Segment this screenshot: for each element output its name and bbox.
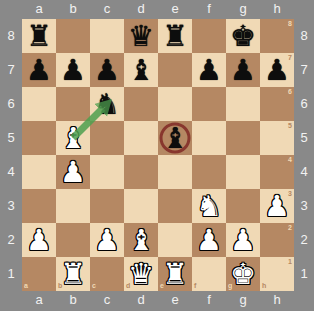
- square-d6[interactable]: [124, 87, 158, 121]
- square-b8[interactable]: [56, 19, 90, 53]
- rank-label-right-7: 7: [294, 53, 314, 87]
- square-c3[interactable]: [90, 189, 124, 223]
- square-g7[interactable]: ♟: [226, 53, 260, 87]
- chess-board: ♜♛♜♚8♟♟♟♝♟♟7♟♞6♝♝5♟4♞3♟♟♟♝♟♟2ab♜cd♛e♜fg♚…: [22, 19, 294, 291]
- rank-label-left-6: 6: [0, 87, 22, 121]
- square-g3[interactable]: [226, 189, 260, 223]
- inner-file-label-a: a: [24, 282, 28, 290]
- square-e3[interactable]: [158, 189, 192, 223]
- square-f2[interactable]: ♟: [192, 223, 226, 257]
- square-a1[interactable]: a: [22, 257, 56, 291]
- square-d8[interactable]: ♛: [124, 19, 158, 53]
- piece-white-knight-f3: ♞: [192, 189, 226, 223]
- piece-white-pawn-a2: ♟: [22, 223, 56, 257]
- square-d5[interactable]: [124, 121, 158, 155]
- inner-rank-label-6: 6: [288, 88, 292, 96]
- piece-black-pawn-g7: ♟: [226, 53, 260, 87]
- inner-file-label-c: c: [92, 282, 96, 290]
- square-e8[interactable]: ♜: [158, 19, 192, 53]
- piece-black-knight-c6: ♞: [90, 87, 124, 121]
- rank-label-left-1: 1: [0, 257, 22, 291]
- piece-black-queen-d8: ♛: [124, 19, 158, 53]
- square-c6[interactable]: ♞: [90, 87, 124, 121]
- file-label-bottom-d: d: [124, 292, 158, 307]
- square-a2[interactable]: ♟: [22, 223, 56, 257]
- rank-label-left-7: 7: [0, 53, 22, 87]
- square-g4[interactable]: [226, 155, 260, 189]
- inner-file-label-g: g: [228, 282, 232, 290]
- square-f1[interactable]: f: [192, 257, 226, 291]
- square-e6[interactable]: [158, 87, 192, 121]
- file-label-top-e: e: [158, 1, 192, 16]
- square-d2[interactable]: ♝: [124, 223, 158, 257]
- piece-black-pawn-a7: ♟: [22, 53, 56, 87]
- square-h2[interactable]: 2: [260, 223, 294, 257]
- rank-label-right-2: 2: [294, 223, 314, 257]
- piece-black-rook-a8: ♜: [22, 19, 56, 53]
- square-b5[interactable]: ♝: [56, 121, 90, 155]
- file-label-top-a: a: [22, 1, 56, 16]
- square-h5[interactable]: 5: [260, 121, 294, 155]
- square-g2[interactable]: ♟: [226, 223, 260, 257]
- file-label-bottom-c: c: [90, 292, 124, 307]
- inner-rank-label-5: 5: [288, 122, 292, 130]
- square-c8[interactable]: [90, 19, 124, 53]
- piece-black-bishop-d7: ♝: [124, 53, 158, 87]
- square-a7[interactable]: ♟: [22, 53, 56, 87]
- square-f8[interactable]: [192, 19, 226, 53]
- file-label-bottom-b: b: [56, 292, 90, 307]
- piece-black-pawn-b7: ♟: [56, 53, 90, 87]
- square-f5[interactable]: [192, 121, 226, 155]
- file-label-top-b: b: [56, 1, 90, 16]
- file-label-bottom-g: g: [226, 292, 260, 307]
- square-a8[interactable]: ♜: [22, 19, 56, 53]
- square-a5[interactable]: [22, 121, 56, 155]
- square-b6[interactable]: [56, 87, 90, 121]
- inner-rank-label-3: 3: [288, 190, 292, 198]
- square-d4[interactable]: [124, 155, 158, 189]
- square-b7[interactable]: ♟: [56, 53, 90, 87]
- square-f7[interactable]: ♟: [192, 53, 226, 87]
- rank-label-right-3: 3: [294, 189, 314, 223]
- file-label-top-h: h: [260, 1, 294, 16]
- square-f6[interactable]: [192, 87, 226, 121]
- square-d7[interactable]: ♝: [124, 53, 158, 87]
- square-e5[interactable]: ♝: [158, 121, 192, 155]
- square-h6[interactable]: 6: [260, 87, 294, 121]
- inner-file-label-d: d: [126, 282, 130, 290]
- square-c2[interactable]: ♟: [90, 223, 124, 257]
- file-label-top-d: d: [124, 1, 158, 16]
- square-f3[interactable]: ♞: [192, 189, 226, 223]
- square-a3[interactable]: [22, 189, 56, 223]
- rank-label-right-8: 8: [294, 19, 314, 53]
- file-label-top-g: g: [226, 1, 260, 16]
- file-label-top-f: f: [192, 1, 226, 16]
- file-label-bottom-e: e: [158, 292, 192, 307]
- square-c7[interactable]: ♟: [90, 53, 124, 87]
- piece-black-pawn-c7: ♟: [90, 53, 124, 87]
- piece-white-bishop-d2: ♝: [124, 223, 158, 257]
- piece-black-bishop-e5: ♝: [158, 121, 192, 155]
- square-d3[interactable]: [124, 189, 158, 223]
- square-a4[interactable]: [22, 155, 56, 189]
- inner-rank-label-4: 4: [288, 156, 292, 164]
- piece-white-pawn-f2: ♟: [192, 223, 226, 257]
- piece-black-rook-e8: ♜: [158, 19, 192, 53]
- file-label-top-c: c: [90, 1, 124, 16]
- square-b1[interactable]: b♜: [56, 257, 90, 291]
- chess-board-frame: aabbccddeeffgghh8877665544332211 ♜♛♜♚8♟♟…: [0, 0, 314, 311]
- file-label-bottom-f: f: [192, 292, 226, 307]
- square-c4[interactable]: [90, 155, 124, 189]
- square-b3[interactable]: [56, 189, 90, 223]
- rank-label-left-4: 4: [0, 155, 22, 189]
- square-a6[interactable]: [22, 87, 56, 121]
- square-c1[interactable]: c: [90, 257, 124, 291]
- square-h4[interactable]: 4: [260, 155, 294, 189]
- rank-label-left-2: 2: [0, 223, 22, 257]
- inner-rank-label-8: 8: [288, 20, 292, 28]
- rank-label-left-5: 5: [0, 121, 22, 155]
- piece-white-bishop-b5: ♝: [56, 121, 90, 155]
- piece-white-pawn-g2: ♟: [226, 223, 260, 257]
- piece-white-pawn-b4: ♟: [56, 155, 90, 189]
- rank-label-left-8: 8: [0, 19, 22, 53]
- rank-label-right-6: 6: [294, 87, 314, 121]
- square-e2[interactable]: [158, 223, 192, 257]
- square-g5[interactable]: [226, 121, 260, 155]
- square-g8[interactable]: ♚: [226, 19, 260, 53]
- square-e1[interactable]: e♜: [158, 257, 192, 291]
- square-d1[interactable]: d♛: [124, 257, 158, 291]
- inner-rank-label-1: 1: [288, 258, 292, 266]
- square-h1[interactable]: 1h: [260, 257, 294, 291]
- file-label-bottom-h: h: [260, 292, 294, 307]
- square-c5[interactable]: [90, 121, 124, 155]
- square-e7[interactable]: [158, 53, 192, 87]
- rank-label-left-3: 3: [0, 189, 22, 223]
- piece-black-pawn-f7: ♟: [192, 53, 226, 87]
- piece-black-king-g8: ♚: [226, 19, 260, 53]
- square-b4[interactable]: ♟: [56, 155, 90, 189]
- square-h3[interactable]: 3♟: [260, 189, 294, 223]
- inner-file-label-f: f: [194, 282, 196, 290]
- square-e4[interactable]: [158, 155, 192, 189]
- square-h7[interactable]: 7♟: [260, 53, 294, 87]
- square-g1[interactable]: g♚: [226, 257, 260, 291]
- inner-file-label-e: e: [160, 282, 164, 290]
- rank-label-right-5: 5: [294, 121, 314, 155]
- inner-file-label-h: h: [262, 282, 266, 290]
- piece-white-pawn-c2: ♟: [90, 223, 124, 257]
- rank-label-right-1: 1: [294, 257, 314, 291]
- square-f4[interactable]: [192, 155, 226, 189]
- file-label-bottom-a: a: [22, 292, 56, 307]
- square-h8[interactable]: 8: [260, 19, 294, 53]
- inner-file-label-b: b: [58, 282, 62, 290]
- square-g6[interactable]: [226, 87, 260, 121]
- rank-label-right-4: 4: [294, 155, 314, 189]
- inner-rank-label-7: 7: [288, 54, 292, 62]
- inner-rank-label-2: 2: [288, 224, 292, 232]
- square-b2[interactable]: [56, 223, 90, 257]
